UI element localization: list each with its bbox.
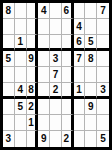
cell-r9c7[interactable] [74,131,86,147]
cell-r7c4[interactable] [38,99,50,115]
cell-r4c7: 7 [74,51,86,67]
cell-r7c3: 2 [27,99,39,115]
cell-r7c1[interactable] [3,99,15,115]
cell-r6c3: 8 [27,83,39,99]
cell-r2c6[interactable] [62,19,74,35]
cell-r3c7: 6 [74,35,86,51]
cell-r5c3[interactable] [27,67,39,83]
cell-r8c3: 1 [27,115,39,131]
cell-r5c2[interactable] [15,67,27,83]
cell-r5c7[interactable] [74,67,86,83]
cell-r7c8: 9 [85,99,97,115]
cell-r1c1: 8 [3,3,15,19]
cell-r9c8[interactable] [85,131,97,147]
cell-r7c6[interactable] [62,99,74,115]
cell-r5c8[interactable] [85,67,97,83]
cell-r2c8[interactable] [85,19,97,35]
cell-r4c1: 5 [3,51,15,67]
cell-r4c3: 9 [27,51,39,67]
cell-r8c2[interactable] [15,115,27,131]
cell-r4c4[interactable] [38,51,50,67]
cell-r5c6[interactable] [62,67,74,83]
cell-r3c3[interactable] [27,35,39,51]
cell-r2c3[interactable] [27,19,39,35]
cell-r1c6: 6 [62,3,74,19]
cell-r6c8[interactable] [85,83,97,99]
cell-r7c5[interactable] [50,99,62,115]
cell-r3c2: 1 [15,35,27,51]
cell-r4c8: 8 [85,51,97,67]
cell-r4c2[interactable] [15,51,27,67]
cell-r4c6[interactable] [62,51,74,67]
cell-r9c6: 2 [62,131,74,147]
cell-r1c8[interactable] [85,3,97,19]
cell-r6c2: 4 [15,83,27,99]
cell-r9c9: 5 [97,131,109,147]
cell-r5c5: 7 [50,67,62,83]
cell-r6c7: 1 [74,83,86,99]
sudoku-grid: 846741655937874821352913925 [3,3,109,147]
cell-r5c4[interactable] [38,67,50,83]
cell-r5c1[interactable] [3,67,15,83]
cell-r4c5: 3 [50,51,62,67]
cell-r3c4[interactable] [38,35,50,51]
cell-r2c2[interactable] [15,19,27,35]
cell-r3c6[interactable] [62,35,74,51]
cell-r8c4[interactable] [38,115,50,131]
cell-r1c5[interactable] [50,3,62,19]
cell-r3c9[interactable] [97,35,109,51]
cell-r5c9[interactable] [97,67,109,83]
cell-r2c4[interactable] [38,19,50,35]
cell-r1c4: 4 [38,3,50,19]
cell-r6c6[interactable] [62,83,74,99]
cell-r7c7[interactable] [74,99,86,115]
cell-r9c2[interactable] [15,131,27,147]
cell-r1c3[interactable] [27,3,39,19]
cell-r7c2: 5 [15,99,27,115]
cell-r1c2[interactable] [15,3,27,19]
cell-r3c8: 5 [85,35,97,51]
cell-r4c9[interactable] [97,51,109,67]
cell-r9c4: 9 [38,131,50,147]
cell-r1c9: 7 [97,3,109,19]
cell-r3c1[interactable] [3,35,15,51]
cell-r8c6[interactable] [62,115,74,131]
cell-r2c1[interactable] [3,19,15,35]
sudoku-board: 846741655937874821352913925 [0,0,112,150]
cell-r8c8[interactable] [85,115,97,131]
cell-r2c9[interactable] [97,19,109,35]
cell-r6c5: 2 [50,83,62,99]
cell-r1c7[interactable] [74,3,86,19]
cell-r6c4[interactable] [38,83,50,99]
cell-r9c3[interactable] [27,131,39,147]
cell-r2c5[interactable] [50,19,62,35]
cell-r8c1[interactable] [3,115,15,131]
cell-r8c7[interactable] [74,115,86,131]
cell-r8c9[interactable] [97,115,109,131]
cell-r8c5[interactable] [50,115,62,131]
cell-r7c9[interactable] [97,99,109,115]
cell-r6c9: 3 [97,83,109,99]
cell-r6c1[interactable] [3,83,15,99]
cell-r9c1: 3 [3,131,15,147]
cell-r2c7: 4 [74,19,86,35]
cell-r9c5[interactable] [50,131,62,147]
cell-r3c5[interactable] [50,35,62,51]
